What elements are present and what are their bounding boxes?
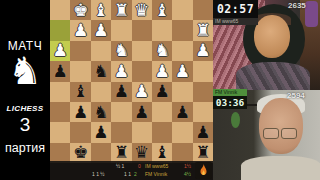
piece-white-pawn: ♟ bbox=[93, 22, 108, 39]
piece-black-pawn: ♟ bbox=[53, 63, 68, 80]
piece-white-rook: ♜ bbox=[195, 22, 210, 39]
glasses-left-lens bbox=[263, 128, 279, 139]
webcam-bottom-plant bbox=[231, 112, 240, 128]
piece-black-pawn: ♟ bbox=[134, 104, 149, 121]
square[interactable]: ♝ bbox=[70, 82, 90, 102]
player-score: 4½ bbox=[184, 170, 191, 178]
game-results: ½ 1 bbox=[116, 162, 124, 170]
piece-black-queen: ♛ bbox=[134, 144, 149, 161]
top-player-name: IM www65 bbox=[213, 18, 258, 25]
player-name: IM www65 bbox=[145, 162, 168, 170]
top-player-rating: 2635 bbox=[288, 1, 306, 10]
square[interactable]: ♟ bbox=[193, 41, 213, 61]
square[interactable]: ♜ bbox=[193, 143, 213, 163]
square[interactable] bbox=[132, 61, 152, 81]
square[interactable] bbox=[132, 41, 152, 61]
piece-white-pawn: ♟ bbox=[114, 63, 129, 80]
square[interactable]: ♟ bbox=[111, 82, 131, 102]
square[interactable] bbox=[152, 122, 172, 142]
webcam-top-shelf-item bbox=[305, 1, 318, 27]
square[interactable]: ♟ bbox=[193, 122, 213, 142]
square[interactable]: ♟ bbox=[50, 61, 70, 81]
square[interactable] bbox=[70, 41, 90, 61]
square[interactable]: ♟ bbox=[70, 102, 90, 122]
square[interactable]: ♛ bbox=[132, 143, 152, 163]
square[interactable]: ♟ bbox=[172, 61, 192, 81]
piece-black-knight: ♞ bbox=[93, 63, 108, 80]
square[interactable] bbox=[50, 20, 70, 40]
chess-board[interactable]: ♚♝♜♛♝♟♟♜♟♞♞♟♟♞♟♟♟♝♟♟♟♟♞♟♟♟♟♚♜♛♝♜ bbox=[50, 0, 213, 163]
square[interactable]: ♝ bbox=[152, 143, 172, 163]
bottom-player-name: FM Vinnik bbox=[213, 89, 247, 96]
square[interactable] bbox=[172, 82, 192, 102]
piece-black-pawn: ♟ bbox=[93, 124, 108, 141]
game-word: партия bbox=[0, 141, 50, 155]
square[interactable]: ♟ bbox=[152, 82, 172, 102]
piece-black-pawn: ♟ bbox=[175, 104, 190, 121]
piece-white-pawn: ♟ bbox=[195, 42, 210, 59]
piece-white-pawn: ♟ bbox=[175, 63, 190, 80]
square[interactable]: ♟ bbox=[132, 102, 152, 122]
piece-white-king: ♚ bbox=[73, 2, 88, 19]
player-name: FM Vinnik bbox=[145, 170, 167, 178]
left-sidebar: МАТЧ ♞ LICHESS 3 партия bbox=[0, 0, 50, 180]
piece-black-king: ♚ bbox=[73, 144, 88, 161]
square[interactable]: ♝ bbox=[91, 0, 111, 20]
square[interactable] bbox=[132, 20, 152, 40]
score-row-top-player: ½ 1 0 IM www65 1½ bbox=[50, 162, 213, 170]
piece-white-bishop: ♝ bbox=[93, 2, 108, 19]
square[interactable] bbox=[193, 61, 213, 81]
square[interactable]: ♟ bbox=[172, 102, 192, 122]
square[interactable] bbox=[193, 0, 213, 20]
square[interactable]: ♝ bbox=[152, 0, 172, 20]
game-results-extra2: 2 bbox=[134, 170, 137, 178]
piece-black-rook: ♜ bbox=[114, 144, 129, 161]
square[interactable] bbox=[50, 82, 70, 102]
square[interactable] bbox=[172, 41, 192, 61]
square[interactable]: ♟ bbox=[91, 122, 111, 142]
piece-black-pawn: ♟ bbox=[195, 124, 210, 141]
result-mark: 0 bbox=[138, 162, 141, 170]
square[interactable] bbox=[172, 0, 192, 20]
score-row-bottom-player: 1 1 ½ 1 1 2 FM Vinnik 4½ bbox=[50, 170, 213, 178]
square[interactable] bbox=[193, 82, 213, 102]
piece-black-pawn: ♟ bbox=[154, 83, 169, 100]
square[interactable] bbox=[50, 0, 70, 20]
piece-black-knight: ♞ bbox=[93, 104, 108, 121]
webcam-bottom-face bbox=[259, 98, 303, 154]
square[interactable] bbox=[172, 20, 192, 40]
piece-white-bishop: ♝ bbox=[154, 2, 169, 19]
webcam-top-face bbox=[254, 15, 290, 58]
square[interactable] bbox=[70, 122, 90, 142]
lichess-knight-icon: ♞ bbox=[0, 52, 50, 90]
square[interactable] bbox=[172, 143, 192, 163]
square[interactable]: ♜ bbox=[111, 0, 131, 20]
piece-white-queen: ♛ bbox=[134, 2, 149, 19]
square[interactable] bbox=[193, 102, 213, 122]
square[interactable] bbox=[111, 122, 131, 142]
piece-black-pawn: ♟ bbox=[73, 104, 88, 121]
square[interactable]: ♞ bbox=[91, 61, 111, 81]
square[interactable] bbox=[50, 143, 70, 163]
square[interactable]: ♞ bbox=[91, 102, 111, 122]
webcam-bottom-shirt bbox=[241, 156, 320, 180]
square[interactable] bbox=[132, 122, 152, 142]
game-number: 3 bbox=[0, 114, 50, 136]
square[interactable]: ♟ bbox=[111, 61, 131, 81]
square[interactable] bbox=[91, 143, 111, 163]
piece-white-pawn: ♟ bbox=[134, 83, 149, 100]
piece-white-pawn: ♟ bbox=[53, 42, 68, 59]
player-score: 1½ bbox=[184, 162, 191, 170]
lichess-logo-text: LICHESS bbox=[0, 104, 50, 113]
piece-white-rook: ♜ bbox=[114, 2, 129, 19]
square[interactable]: ♚ bbox=[70, 0, 90, 20]
square[interactable] bbox=[111, 102, 131, 122]
bottom-player-rating: 2594 bbox=[287, 91, 305, 100]
square[interactable]: ♟ bbox=[50, 41, 70, 61]
game-results-extra: 1 1 bbox=[124, 170, 131, 178]
square[interactable] bbox=[70, 61, 90, 81]
square[interactable]: ♞ bbox=[111, 41, 131, 61]
bottom-player-clock: 03:36 bbox=[213, 96, 247, 109]
piece-white-knight: ♞ bbox=[114, 42, 129, 59]
square[interactable] bbox=[91, 82, 111, 102]
piece-black-bishop: ♝ bbox=[154, 144, 169, 161]
square[interactable]: ♞ bbox=[152, 41, 172, 61]
piece-black-pawn: ♟ bbox=[114, 83, 129, 100]
piece-black-bishop: ♝ bbox=[73, 83, 88, 100]
game-results: 1 1 ½ bbox=[92, 170, 105, 178]
piece-white-pawn: ♟ bbox=[73, 22, 88, 39]
top-player-clock: 02:57 bbox=[213, 0, 258, 18]
square[interactable]: ♜ bbox=[193, 20, 213, 40]
piece-white-pawn: ♟ bbox=[154, 63, 169, 80]
square[interactable] bbox=[91, 41, 111, 61]
square[interactable]: ♟ bbox=[70, 20, 90, 40]
square[interactable] bbox=[152, 102, 172, 122]
glasses-right-lens bbox=[281, 128, 297, 139]
square[interactable] bbox=[50, 122, 70, 142]
square[interactable]: ♜ bbox=[111, 143, 131, 163]
square[interactable] bbox=[152, 20, 172, 40]
piece-black-rook: ♜ bbox=[195, 144, 210, 161]
square[interactable] bbox=[111, 20, 131, 40]
square[interactable]: ♟ bbox=[152, 61, 172, 81]
match-score-bar: ½ 1 0 IM www65 1½ 1 1 ½ 1 1 2 FM Vinnik … bbox=[50, 161, 213, 180]
square[interactable]: ♛ bbox=[132, 0, 152, 20]
square[interactable]: ♟ bbox=[132, 82, 152, 102]
flame-icon bbox=[195, 162, 212, 179]
square[interactable] bbox=[172, 122, 192, 142]
square[interactable] bbox=[50, 102, 70, 122]
webcam-top-shirt bbox=[236, 62, 310, 90]
piece-white-knight: ♞ bbox=[154, 42, 169, 59]
square[interactable]: ♟ bbox=[91, 20, 111, 40]
square[interactable]: ♚ bbox=[70, 143, 90, 163]
stream-frame: МАТЧ ♞ LICHESS 3 партия ♚♝♜♛♝♟♟♜♟♞♞♟♟♞♟♟… bbox=[0, 0, 320, 180]
